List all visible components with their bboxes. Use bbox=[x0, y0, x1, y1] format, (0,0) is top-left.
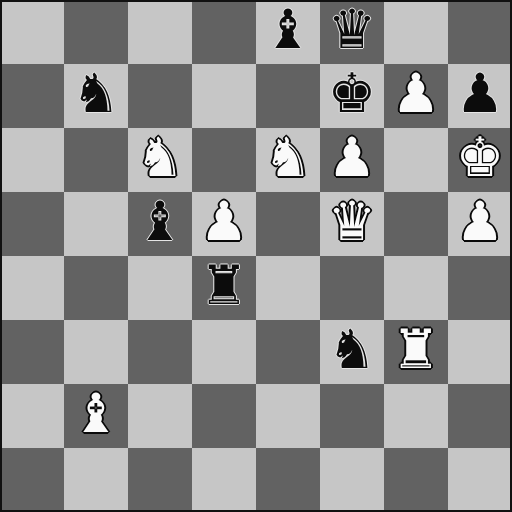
black-bishop[interactable]: ♝ bbox=[264, 0, 312, 62]
square-b2[interactable]: ♝ bbox=[64, 384, 128, 448]
black-pawn[interactable]: ♟ bbox=[456, 64, 504, 126]
square-d7[interactable] bbox=[192, 64, 256, 128]
square-h1[interactable] bbox=[448, 448, 512, 512]
square-f6[interactable]: ♟ bbox=[320, 128, 384, 192]
square-c8[interactable] bbox=[128, 0, 192, 64]
square-c7[interactable] bbox=[128, 64, 192, 128]
square-b4[interactable] bbox=[64, 256, 128, 320]
square-f5[interactable]: ♛ bbox=[320, 192, 384, 256]
black-queen[interactable]: ♛ bbox=[328, 0, 376, 62]
square-g2[interactable] bbox=[384, 384, 448, 448]
square-e1[interactable] bbox=[256, 448, 320, 512]
square-d6[interactable] bbox=[192, 128, 256, 192]
white-queen[interactable]: ♛ bbox=[328, 192, 376, 254]
square-g6[interactable] bbox=[384, 128, 448, 192]
chess-board: ♝♛♞♚♟♟♞♞♟♚♝♟♛♟♜♞♜♝ bbox=[0, 0, 512, 512]
square-g1[interactable] bbox=[384, 448, 448, 512]
chess-board-container: ♝♛♞♚♟♟♞♞♟♚♝♟♛♟♜♞♜♝ bbox=[0, 0, 512, 512]
white-pawn[interactable]: ♟ bbox=[200, 192, 248, 254]
square-h2[interactable] bbox=[448, 384, 512, 448]
square-b3[interactable] bbox=[64, 320, 128, 384]
black-rook[interactable]: ♜ bbox=[200, 256, 248, 318]
white-knight[interactable]: ♞ bbox=[136, 128, 184, 190]
square-e4[interactable] bbox=[256, 256, 320, 320]
square-f7[interactable]: ♚ bbox=[320, 64, 384, 128]
white-pawn[interactable]: ♟ bbox=[328, 128, 376, 190]
black-bishop[interactable]: ♝ bbox=[136, 192, 184, 254]
square-g3[interactable]: ♜ bbox=[384, 320, 448, 384]
black-knight[interactable]: ♞ bbox=[72, 64, 120, 126]
square-h6[interactable]: ♚ bbox=[448, 128, 512, 192]
square-e7[interactable] bbox=[256, 64, 320, 128]
square-b8[interactable] bbox=[64, 0, 128, 64]
square-d5[interactable]: ♟ bbox=[192, 192, 256, 256]
square-b6[interactable] bbox=[64, 128, 128, 192]
square-d2[interactable] bbox=[192, 384, 256, 448]
square-f8[interactable]: ♛ bbox=[320, 0, 384, 64]
square-a8[interactable] bbox=[0, 0, 64, 64]
white-pawn[interactable]: ♟ bbox=[456, 192, 504, 254]
white-king[interactable]: ♚ bbox=[456, 128, 504, 190]
square-a3[interactable] bbox=[0, 320, 64, 384]
square-a4[interactable] bbox=[0, 256, 64, 320]
square-c6[interactable]: ♞ bbox=[128, 128, 192, 192]
square-h4[interactable] bbox=[448, 256, 512, 320]
square-b1[interactable] bbox=[64, 448, 128, 512]
square-g8[interactable] bbox=[384, 0, 448, 64]
square-b7[interactable]: ♞ bbox=[64, 64, 128, 128]
white-knight[interactable]: ♞ bbox=[264, 128, 312, 190]
square-f3[interactable]: ♞ bbox=[320, 320, 384, 384]
square-h7[interactable]: ♟ bbox=[448, 64, 512, 128]
square-f4[interactable] bbox=[320, 256, 384, 320]
square-e3[interactable] bbox=[256, 320, 320, 384]
square-a6[interactable] bbox=[0, 128, 64, 192]
square-g7[interactable]: ♟ bbox=[384, 64, 448, 128]
square-d1[interactable] bbox=[192, 448, 256, 512]
square-c3[interactable] bbox=[128, 320, 192, 384]
square-c1[interactable] bbox=[128, 448, 192, 512]
white-rook[interactable]: ♜ bbox=[392, 320, 440, 382]
white-bishop[interactable]: ♝ bbox=[72, 384, 120, 446]
square-c4[interactable] bbox=[128, 256, 192, 320]
square-a1[interactable] bbox=[0, 448, 64, 512]
square-h3[interactable] bbox=[448, 320, 512, 384]
black-knight[interactable]: ♞ bbox=[328, 320, 376, 382]
square-b5[interactable] bbox=[64, 192, 128, 256]
square-f2[interactable] bbox=[320, 384, 384, 448]
square-h8[interactable] bbox=[448, 0, 512, 64]
square-d3[interactable] bbox=[192, 320, 256, 384]
square-a7[interactable] bbox=[0, 64, 64, 128]
black-king[interactable]: ♚ bbox=[328, 64, 376, 126]
square-h5[interactable]: ♟ bbox=[448, 192, 512, 256]
square-a5[interactable] bbox=[0, 192, 64, 256]
square-d4[interactable]: ♜ bbox=[192, 256, 256, 320]
square-e2[interactable] bbox=[256, 384, 320, 448]
square-e8[interactable]: ♝ bbox=[256, 0, 320, 64]
square-f1[interactable] bbox=[320, 448, 384, 512]
square-d8[interactable] bbox=[192, 0, 256, 64]
square-c2[interactable] bbox=[128, 384, 192, 448]
square-e6[interactable]: ♞ bbox=[256, 128, 320, 192]
square-e5[interactable] bbox=[256, 192, 320, 256]
square-g5[interactable] bbox=[384, 192, 448, 256]
square-c5[interactable]: ♝ bbox=[128, 192, 192, 256]
square-g4[interactable] bbox=[384, 256, 448, 320]
white-pawn[interactable]: ♟ bbox=[392, 64, 440, 126]
square-a2[interactable] bbox=[0, 384, 64, 448]
